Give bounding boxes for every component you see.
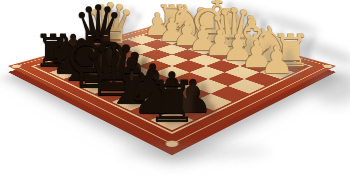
black-pawn: ♟: [85, 41, 119, 79]
black-knight: ♞: [124, 61, 179, 122]
white-pawn: ♟: [222, 31, 254, 67]
black-pawn: ♟: [100, 47, 135, 87]
pieces-layer: ♜♞♝♛♚♝♞♜♟♟♟♟♟♟♟♟♟♟♟♟♟♟♟♟♜♞♝♛♚♝♞♜♛♛: [0, 0, 350, 175]
black-bishop: ♝: [56, 32, 107, 89]
black-king: ♚: [62, 21, 133, 100]
black-knight: ♞: [44, 30, 90, 82]
black-rook: ♜: [33, 29, 73, 74]
white-rook: ♜: [271, 29, 311, 74]
black-queen: ♛: [81, 34, 146, 107]
white-queen-extra: ♛: [86, 0, 136, 52]
white-pawn: ♟: [188, 21, 218, 55]
black-pawn: ♟: [70, 36, 103, 73]
white-pawn: ♟: [240, 36, 273, 73]
white-rook: ♜: [155, 1, 188, 38]
black-rook: ♜: [146, 73, 197, 130]
black-pawn: ♟: [134, 59, 172, 101]
white-pawn: ♟: [158, 13, 187, 45]
white-knight: ♞: [249, 20, 292, 68]
white-bishop: ♝: [229, 13, 274, 64]
white-king: ♚: [189, 0, 246, 56]
white-pawn: ♟: [172, 17, 202, 50]
white-bishop: ♝: [181, 1, 223, 48]
white-pawn: ♟: [204, 26, 235, 61]
white-queen: ♛: [208, 1, 261, 60]
white-knight: ♞: [167, 0, 205, 42]
black-pawn: ♟: [57, 31, 89, 67]
white-pawn: ♟: [144, 9, 172, 40]
chess-set-photo: ♜♞♝♛♚♝♞♜♟♟♟♟♟♟♟♟♟♟♟♟♟♟♟♟♜♞♝♛♚♝♞♜♛♛: [0, 0, 350, 175]
black-queen-extra: ♛: [73, 0, 124, 55]
black-bishop: ♝: [104, 50, 161, 113]
black-pawn: ♟: [152, 66, 191, 110]
black-pawn: ♟: [116, 53, 153, 94]
white-pawn: ♟: [260, 41, 294, 79]
black-pawn: ♟: [172, 73, 213, 118]
